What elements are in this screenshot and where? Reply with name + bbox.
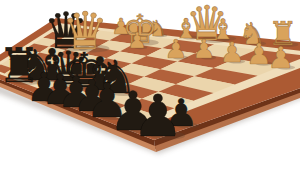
chess-board: ♟♞♝♝♛♚♞♜♛♟♛♟♟♟♟♟♞♝♜♛♚♝♞♟♟♟♟♟♟♟♟ [0,0,300,182]
white-pawn-4: ♟ [219,36,244,69]
black-pawn-7: ♟ [132,82,184,150]
white-pawn-6: ♟ [268,40,295,75]
chess-set-product-photo: ♟♞♝♝♛♚♞♜♛♟♛♟♟♟♟♟♞♝♜♛♚♝♞♟♟♟♟♟♟♟♟ [0,0,300,182]
white-pawn-2: ♟ [164,34,187,64]
white-pawn-3: ♟ [192,34,215,64]
